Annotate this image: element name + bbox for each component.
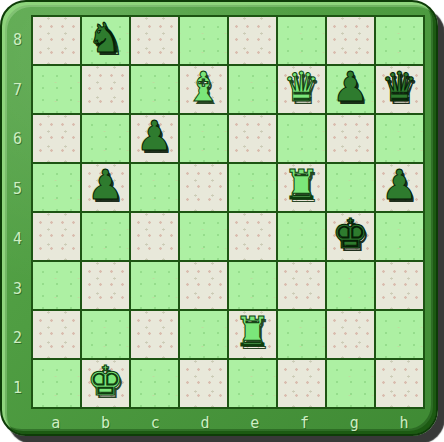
file-label-g: g xyxy=(330,411,380,434)
file-labels: abcdefgh xyxy=(31,411,429,434)
square-e6[interactable] xyxy=(229,115,276,162)
square-e7[interactable] xyxy=(229,66,276,113)
square-h3[interactable] xyxy=(376,262,423,309)
piece-black-pawn[interactable]: ♟ xyxy=(136,116,173,157)
square-e5[interactable] xyxy=(229,164,276,211)
square-g7[interactable]: ♟ xyxy=(327,66,374,113)
square-g3[interactable] xyxy=(327,262,374,309)
piece-black-knight[interactable]: ♞ xyxy=(87,18,124,59)
square-a6[interactable] xyxy=(33,115,80,162)
rank-label-1: 1 xyxy=(4,363,31,413)
board-frame: 87654321 abcdefgh ♞♝♛♟♛♟♟♜♟♚♜♚ xyxy=(0,0,438,436)
piece-white-rook[interactable]: ♜ xyxy=(234,312,271,353)
square-h4[interactable] xyxy=(376,213,423,260)
square-f5[interactable]: ♜ xyxy=(278,164,325,211)
square-e3[interactable] xyxy=(229,262,276,309)
square-b1[interactable]: ♚ xyxy=(82,360,129,407)
square-b4[interactable] xyxy=(82,213,129,260)
piece-black-king[interactable]: ♚ xyxy=(332,214,369,255)
square-g6[interactable] xyxy=(327,115,374,162)
square-b7[interactable] xyxy=(82,66,129,113)
square-c3[interactable] xyxy=(131,262,178,309)
square-g4[interactable]: ♚ xyxy=(327,213,374,260)
square-d3[interactable] xyxy=(180,262,227,309)
chess-app: 87654321 abcdefgh ♞♝♛♟♛♟♟♜♟♚♜♚ xyxy=(0,0,444,442)
square-f3[interactable] xyxy=(278,262,325,309)
piece-black-pawn[interactable]: ♟ xyxy=(87,165,124,206)
rank-label-6: 6 xyxy=(4,115,31,165)
rank-label-4: 4 xyxy=(4,214,31,264)
square-a4[interactable] xyxy=(33,213,80,260)
square-h7[interactable]: ♛ xyxy=(376,66,423,113)
square-e2[interactable]: ♜ xyxy=(229,311,276,358)
piece-white-queen[interactable]: ♛ xyxy=(283,67,320,108)
piece-white-bishop[interactable]: ♝ xyxy=(185,67,222,108)
file-label-f: f xyxy=(280,411,330,434)
rank-label-3: 3 xyxy=(4,264,31,314)
square-d6[interactable] xyxy=(180,115,227,162)
file-label-c: c xyxy=(131,411,181,434)
rank-label-8: 8 xyxy=(4,15,31,65)
square-b3[interactable] xyxy=(82,262,129,309)
file-label-e: e xyxy=(230,411,280,434)
square-b5[interactable]: ♟ xyxy=(82,164,129,211)
square-c5[interactable] xyxy=(131,164,178,211)
file-label-a: a xyxy=(31,411,81,434)
file-label-b: b xyxy=(81,411,131,434)
square-f8[interactable] xyxy=(278,17,325,64)
rank-labels: 87654321 xyxy=(4,15,31,413)
square-d5[interactable] xyxy=(180,164,227,211)
square-c4[interactable] xyxy=(131,213,178,260)
piece-black-queen[interactable]: ♛ xyxy=(381,67,418,108)
square-d1[interactable] xyxy=(180,360,227,407)
piece-white-rook[interactable]: ♜ xyxy=(283,165,320,206)
square-e4[interactable] xyxy=(229,213,276,260)
square-f6[interactable] xyxy=(278,115,325,162)
square-d4[interactable] xyxy=(180,213,227,260)
file-label-h: h xyxy=(379,411,429,434)
file-label-d: d xyxy=(180,411,230,434)
square-c6[interactable]: ♟ xyxy=(131,115,178,162)
square-h1[interactable] xyxy=(376,360,423,407)
square-b8[interactable]: ♞ xyxy=(82,17,129,64)
square-g2[interactable] xyxy=(327,311,374,358)
square-g5[interactable] xyxy=(327,164,374,211)
square-b2[interactable] xyxy=(82,311,129,358)
square-c8[interactable] xyxy=(131,17,178,64)
square-b6[interactable] xyxy=(82,115,129,162)
square-a3[interactable] xyxy=(33,262,80,309)
square-c2[interactable] xyxy=(131,311,178,358)
square-c7[interactable] xyxy=(131,66,178,113)
square-e1[interactable] xyxy=(229,360,276,407)
square-h5[interactable]: ♟ xyxy=(376,164,423,211)
square-a5[interactable] xyxy=(33,164,80,211)
chess-board: ♞♝♛♟♛♟♟♜♟♚♜♚ xyxy=(31,15,425,409)
square-a1[interactable] xyxy=(33,360,80,407)
square-d7[interactable]: ♝ xyxy=(180,66,227,113)
rank-label-2: 2 xyxy=(4,314,31,364)
square-e8[interactable] xyxy=(229,17,276,64)
piece-white-king[interactable]: ♚ xyxy=(87,361,124,402)
square-h6[interactable] xyxy=(376,115,423,162)
square-g1[interactable] xyxy=(327,360,374,407)
piece-black-pawn[interactable]: ♟ xyxy=(381,165,418,206)
square-f2[interactable] xyxy=(278,311,325,358)
square-a7[interactable] xyxy=(33,66,80,113)
square-f7[interactable]: ♛ xyxy=(278,66,325,113)
square-d8[interactable] xyxy=(180,17,227,64)
square-f1[interactable] xyxy=(278,360,325,407)
square-a2[interactable] xyxy=(33,311,80,358)
square-c1[interactable] xyxy=(131,360,178,407)
square-h2[interactable] xyxy=(376,311,423,358)
square-d2[interactable] xyxy=(180,311,227,358)
rank-label-5: 5 xyxy=(4,164,31,214)
square-f4[interactable] xyxy=(278,213,325,260)
piece-black-pawn[interactable]: ♟ xyxy=(332,67,369,108)
rank-label-7: 7 xyxy=(4,65,31,115)
square-h8[interactable] xyxy=(376,17,423,64)
square-a8[interactable] xyxy=(33,17,80,64)
square-g8[interactable] xyxy=(327,17,374,64)
